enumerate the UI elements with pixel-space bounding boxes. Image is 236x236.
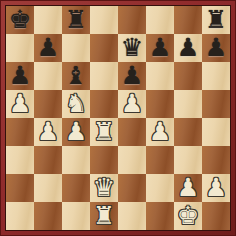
square-d1[interactable]: ♜	[90, 202, 118, 230]
square-h4[interactable]	[202, 118, 230, 146]
square-c6[interactable]: ♝	[62, 62, 90, 90]
square-c3[interactable]	[62, 146, 90, 174]
square-h7[interactable]: ♟	[202, 34, 230, 62]
piece-black-pawn: ♟	[177, 34, 199, 62]
square-a4[interactable]	[6, 118, 34, 146]
piece-white-pawn: ♟	[37, 118, 59, 146]
square-c4[interactable]: ♟	[62, 118, 90, 146]
square-a8[interactable]: ♚	[6, 6, 34, 34]
square-c7[interactable]	[62, 34, 90, 62]
piece-white-rook: ♜	[93, 202, 115, 230]
square-b7[interactable]: ♟	[34, 34, 62, 62]
square-g2[interactable]: ♟	[174, 174, 202, 202]
square-d6[interactable]	[90, 62, 118, 90]
square-b2[interactable]	[34, 174, 62, 202]
piece-white-king: ♚	[177, 202, 199, 230]
square-d7[interactable]	[90, 34, 118, 62]
square-e8[interactable]	[118, 6, 146, 34]
square-c2[interactable]	[62, 174, 90, 202]
square-a3[interactable]	[6, 146, 34, 174]
piece-white-knight: ♞	[65, 90, 87, 118]
piece-black-pawn: ♟	[37, 34, 59, 62]
piece-black-pawn: ♟	[205, 34, 227, 62]
square-g1[interactable]: ♚	[174, 202, 202, 230]
square-f5[interactable]	[146, 90, 174, 118]
square-h6[interactable]	[202, 62, 230, 90]
square-a2[interactable]	[6, 174, 34, 202]
square-f6[interactable]	[146, 62, 174, 90]
square-e7[interactable]: ♛	[118, 34, 146, 62]
square-b8[interactable]	[34, 6, 62, 34]
piece-black-rook: ♜	[65, 6, 87, 34]
square-h8[interactable]: ♜	[202, 6, 230, 34]
square-e1[interactable]	[118, 202, 146, 230]
square-e4[interactable]	[118, 118, 146, 146]
square-h5[interactable]	[202, 90, 230, 118]
square-c1[interactable]	[62, 202, 90, 230]
square-f7[interactable]: ♟	[146, 34, 174, 62]
square-g3[interactable]	[174, 146, 202, 174]
board-frame: ♚♜♜♟♛♟♟♟♟♝♟♟♞♟♟♟♜♟♛♟♟♜♚	[0, 0, 236, 236]
piece-black-pawn: ♟	[121, 62, 143, 90]
square-c5[interactable]: ♞	[62, 90, 90, 118]
piece-black-queen: ♛	[121, 34, 143, 62]
square-e5[interactable]: ♟	[118, 90, 146, 118]
piece-black-rook: ♜	[205, 6, 227, 34]
square-f1[interactable]	[146, 202, 174, 230]
piece-white-rook: ♜	[93, 118, 115, 146]
square-a6[interactable]: ♟	[6, 62, 34, 90]
square-g5[interactable]	[174, 90, 202, 118]
square-b4[interactable]: ♟	[34, 118, 62, 146]
square-b1[interactable]	[34, 202, 62, 230]
square-d8[interactable]	[90, 6, 118, 34]
square-g7[interactable]: ♟	[174, 34, 202, 62]
piece-white-pawn: ♟	[149, 118, 171, 146]
square-h3[interactable]	[202, 146, 230, 174]
piece-white-pawn: ♟	[121, 90, 143, 118]
square-a5[interactable]: ♟	[6, 90, 34, 118]
chess-board: ♚♜♜♟♛♟♟♟♟♝♟♟♞♟♟♟♜♟♛♟♟♜♚	[6, 6, 230, 230]
square-d5[interactable]	[90, 90, 118, 118]
square-f8[interactable]	[146, 6, 174, 34]
piece-white-queen: ♛	[93, 174, 115, 202]
square-h2[interactable]: ♟	[202, 174, 230, 202]
piece-black-pawn: ♟	[149, 34, 171, 62]
square-g8[interactable]	[174, 6, 202, 34]
square-g6[interactable]	[174, 62, 202, 90]
square-b3[interactable]	[34, 146, 62, 174]
square-d2[interactable]: ♛	[90, 174, 118, 202]
piece-white-pawn: ♟	[9, 90, 31, 118]
piece-black-bishop: ♝	[65, 62, 87, 90]
square-b5[interactable]	[34, 90, 62, 118]
square-a1[interactable]	[6, 202, 34, 230]
square-f3[interactable]	[146, 146, 174, 174]
square-e6[interactable]: ♟	[118, 62, 146, 90]
piece-black-pawn: ♟	[9, 62, 31, 90]
piece-white-pawn: ♟	[177, 174, 199, 202]
square-f2[interactable]	[146, 174, 174, 202]
square-e3[interactable]	[118, 146, 146, 174]
square-h1[interactable]	[202, 202, 230, 230]
square-d3[interactable]	[90, 146, 118, 174]
square-e2[interactable]	[118, 174, 146, 202]
piece-white-pawn: ♟	[65, 118, 87, 146]
square-b6[interactable]	[34, 62, 62, 90]
square-d4[interactable]: ♜	[90, 118, 118, 146]
square-f4[interactable]: ♟	[146, 118, 174, 146]
square-c8[interactable]: ♜	[62, 6, 90, 34]
piece-white-pawn: ♟	[205, 174, 227, 202]
square-g4[interactable]	[174, 118, 202, 146]
piece-black-king: ♚	[9, 6, 31, 34]
square-a7[interactable]	[6, 34, 34, 62]
